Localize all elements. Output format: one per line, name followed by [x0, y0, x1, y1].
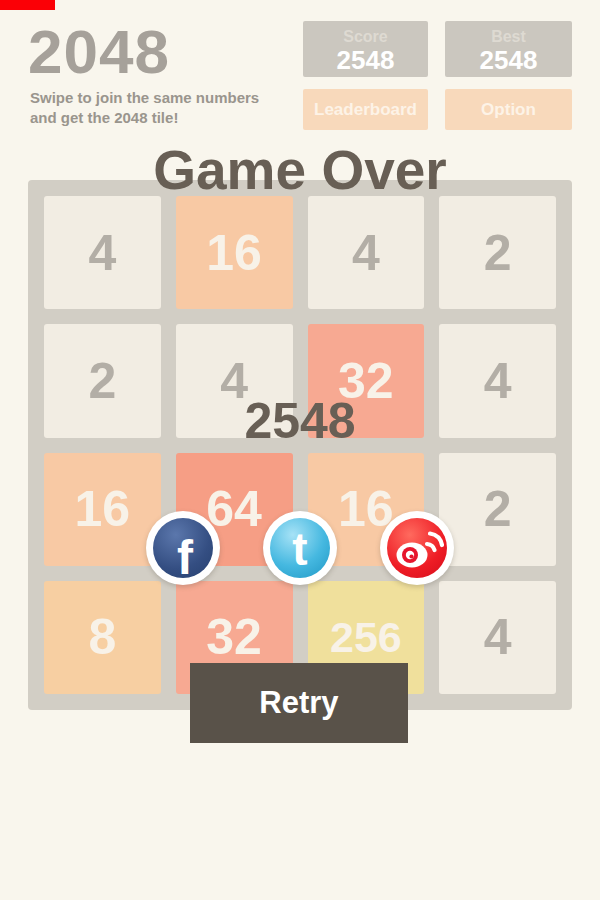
- score-value: 2548: [303, 47, 428, 74]
- subtitle-line-2: and get the 2048 tile!: [30, 108, 259, 128]
- leaderboard-button[interactable]: Leaderboard: [303, 89, 428, 130]
- score-label: Score: [303, 27, 428, 47]
- retry-button[interactable]: Retry: [190, 663, 408, 743]
- weibo-icon: [387, 518, 447, 578]
- twitter-t-glyph: t: [292, 522, 307, 576]
- share-button-row: f t: [0, 511, 600, 585]
- red-status-strip: [0, 0, 55, 10]
- tile-8: 8: [44, 581, 161, 694]
- tile-4: 4: [44, 196, 161, 309]
- twitter-icon: t: [270, 518, 330, 578]
- subtitle-line-1: Swipe to join the same numbers: [30, 88, 259, 108]
- share-weibo-button[interactable]: [380, 511, 454, 585]
- share-facebook-button[interactable]: f: [146, 511, 220, 585]
- best-value: 2548: [445, 47, 572, 74]
- facebook-f-glyph: f: [177, 530, 193, 579]
- option-button[interactable]: Option: [445, 89, 572, 130]
- best-box: Best 2548: [445, 21, 572, 77]
- best-label: Best: [445, 27, 572, 47]
- app-title: 2048: [28, 16, 170, 88]
- tile-2: 2: [439, 196, 556, 309]
- score-box: Score 2548: [303, 21, 428, 77]
- final-score: 2548: [0, 392, 600, 450]
- game-over-title: Game Over: [0, 138, 600, 202]
- facebook-icon: f: [153, 518, 213, 578]
- share-twitter-button[interactable]: t: [263, 511, 337, 585]
- tile-16: 16: [176, 196, 293, 309]
- app-subtitle: Swipe to join the same numbers and get t…: [30, 88, 259, 128]
- tile-4: 4: [439, 581, 556, 694]
- tile-4: 4: [308, 196, 425, 309]
